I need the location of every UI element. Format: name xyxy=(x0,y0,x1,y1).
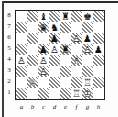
square-e4[interactable] xyxy=(60,55,71,66)
square-g2[interactable]: ♜♖ xyxy=(82,77,93,88)
square-e6[interactable] xyxy=(60,33,71,44)
square-c7[interactable]: ♛ xyxy=(38,22,49,33)
square-h4[interactable] xyxy=(93,55,104,66)
square-f8[interactable] xyxy=(71,11,82,22)
square-g7[interactable] xyxy=(82,22,93,33)
square-b5[interactable] xyxy=(27,44,38,55)
piece-outline: ♙ xyxy=(82,44,93,55)
square-g1[interactable]: ♚♔ xyxy=(82,88,93,99)
square-b7[interactable] xyxy=(27,22,38,33)
piece-glyph: ♜ xyxy=(60,11,71,22)
file-label-f: f xyxy=(71,102,82,113)
piece-outline: ♙ xyxy=(16,55,27,66)
file-label-d: d xyxy=(49,102,60,113)
piece-outline: ♙ xyxy=(49,44,60,55)
square-c2[interactable] xyxy=(38,77,49,88)
piece-black-bishop[interactable]: ♝ xyxy=(38,11,49,22)
square-g3[interactable] xyxy=(82,66,93,77)
square-g8[interactable]: ♚ xyxy=(82,11,93,22)
square-b6[interactable] xyxy=(27,33,38,44)
piece-glyph: ♟ xyxy=(49,33,60,44)
piece-black-pawn[interactable]: ♟ xyxy=(82,33,93,44)
square-a8[interactable] xyxy=(16,11,27,22)
square-a7[interactable] xyxy=(16,22,27,33)
square-a4[interactable]: ♟♙ xyxy=(16,55,27,66)
square-a6[interactable] xyxy=(16,33,27,44)
piece-outline: ♙ xyxy=(38,66,49,77)
square-f5[interactable] xyxy=(71,44,82,55)
piece-white-pawn[interactable]: ♟♙ xyxy=(82,44,93,55)
square-h6[interactable] xyxy=(93,33,104,44)
piece-white-queen[interactable]: ♛♕ xyxy=(27,77,38,88)
square-c5[interactable]: ♟ xyxy=(38,44,49,55)
file-label-e: e xyxy=(60,102,71,113)
file-label-g: g xyxy=(82,102,93,113)
square-e2[interactable] xyxy=(60,77,71,88)
square-f3[interactable] xyxy=(71,66,82,77)
piece-black-pawn[interactable]: ♟ xyxy=(49,33,60,44)
square-c8[interactable]: ♝ xyxy=(38,11,49,22)
piece-glyph: ♚ xyxy=(82,11,93,22)
piece-glyph: ♞ xyxy=(49,22,60,33)
piece-white-pawn[interactable]: ♟♙ xyxy=(71,33,82,44)
piece-glyph: ♟ xyxy=(38,44,49,55)
piece-black-king[interactable]: ♚ xyxy=(82,11,93,22)
square-b3[interactable] xyxy=(27,66,38,77)
piece-black-queen[interactable]: ♛ xyxy=(38,22,49,33)
rank-label-3: 3 xyxy=(4,65,14,76)
file-label-b: b xyxy=(27,102,38,113)
file-label-c: c xyxy=(38,102,49,113)
square-h7[interactable] xyxy=(93,22,104,33)
piece-white-pawn[interactable]: ♟♙ xyxy=(38,55,49,66)
square-b1[interactable] xyxy=(27,88,38,99)
piece-black-pawn[interactable]: ♟ xyxy=(38,44,49,55)
piece-outline: ♔ xyxy=(82,88,93,99)
rank-labels: 87654321 xyxy=(4,10,14,98)
square-g6[interactable]: ♟ xyxy=(82,33,93,44)
piece-outline: ♗ xyxy=(71,55,82,66)
square-b4[interactable] xyxy=(27,55,38,66)
square-f6[interactable]: ♟♙ xyxy=(71,33,82,44)
rank-label-6: 6 xyxy=(4,32,14,43)
piece-black-rook[interactable]: ♜ xyxy=(60,44,71,55)
square-d5[interactable]: ♟♙ xyxy=(49,44,60,55)
file-label-h: h xyxy=(93,102,104,113)
chess-board[interactable]: ♝♜♚♛♞♟♟♙♟♟♟♙♜♟♙♟♟♙♟♙♝♗♟♙♛♕♜♖♜♖♚♔ xyxy=(15,10,105,100)
piece-white-bishop[interactable]: ♝♗ xyxy=(71,55,82,66)
square-a2[interactable] xyxy=(16,77,27,88)
square-d6[interactable]: ♟ xyxy=(49,33,60,44)
piece-black-pawn[interactable]: ♟ xyxy=(93,44,104,55)
square-c1[interactable] xyxy=(38,88,49,99)
chess-diagram-page: 87654321 ♝♜♚♛♞♟♟♙♟♟♟♙♜♟♙♟♟♙♟♙♝♗♟♙♛♕♜♖♜♖♚… xyxy=(0,0,118,117)
rank-label-8: 8 xyxy=(4,10,14,21)
square-h3[interactable] xyxy=(93,66,104,77)
piece-white-pawn[interactable]: ♟♙ xyxy=(49,44,60,55)
square-g5[interactable]: ♟♙ xyxy=(82,44,93,55)
piece-outline: ♖ xyxy=(71,88,82,99)
file-label-a: a xyxy=(16,102,27,113)
square-f2[interactable] xyxy=(71,77,82,88)
square-e8[interactable]: ♜ xyxy=(60,11,71,22)
piece-white-pawn[interactable]: ♟♙ xyxy=(16,55,27,66)
square-h8[interactable] xyxy=(93,11,104,22)
square-f7[interactable] xyxy=(71,22,82,33)
square-e3[interactable] xyxy=(60,66,71,77)
square-d7[interactable]: ♞ xyxy=(49,22,60,33)
square-d4[interactable] xyxy=(49,55,60,66)
piece-white-pawn[interactable]: ♟♙ xyxy=(38,66,49,77)
square-d2[interactable] xyxy=(49,77,60,88)
square-c4[interactable]: ♟♙ xyxy=(38,55,49,66)
square-b2[interactable]: ♛♕ xyxy=(27,77,38,88)
piece-glyph: ♟ xyxy=(93,44,104,55)
square-e5[interactable]: ♜ xyxy=(60,44,71,55)
square-d8[interactable] xyxy=(49,11,60,22)
rank-label-7: 7 xyxy=(4,21,14,32)
piece-outline: ♙ xyxy=(38,55,49,66)
piece-outline: ♖ xyxy=(82,77,93,88)
square-d1[interactable] xyxy=(49,88,60,99)
square-c6[interactable] xyxy=(38,33,49,44)
piece-glyph: ♜ xyxy=(60,44,71,55)
piece-glyph: ♝ xyxy=(38,11,49,22)
square-e7[interactable] xyxy=(60,22,71,33)
square-e1[interactable] xyxy=(60,88,71,99)
square-h2[interactable] xyxy=(93,77,104,88)
square-f1[interactable]: ♜♖ xyxy=(71,88,82,99)
rank-label-4: 4 xyxy=(4,54,14,65)
square-g4[interactable] xyxy=(82,55,93,66)
piece-white-rook[interactable]: ♜♖ xyxy=(82,77,93,88)
square-a3[interactable] xyxy=(16,66,27,77)
square-b8[interactable] xyxy=(27,11,38,22)
square-a1[interactable] xyxy=(16,88,27,99)
piece-black-rook[interactable]: ♜ xyxy=(60,11,71,22)
piece-outline: ♕ xyxy=(27,77,38,88)
piece-black-knight[interactable]: ♞ xyxy=(49,22,60,33)
file-labels: abcdefgh xyxy=(16,102,104,113)
piece-glyph: ♟ xyxy=(82,33,93,44)
rank-label-5: 5 xyxy=(4,43,14,54)
square-f4[interactable]: ♝♗ xyxy=(71,55,82,66)
rank-label-2: 2 xyxy=(4,76,14,87)
piece-outline: ♙ xyxy=(71,33,82,44)
rank-label-1: 1 xyxy=(4,87,14,98)
piece-white-rook[interactable]: ♜♖ xyxy=(71,88,82,99)
square-h1[interactable] xyxy=(93,88,104,99)
square-d3[interactable] xyxy=(49,66,60,77)
square-c3[interactable]: ♟♙ xyxy=(38,66,49,77)
piece-white-king[interactable]: ♚♔ xyxy=(82,88,93,99)
square-h5[interactable]: ♟ xyxy=(93,44,104,55)
page-rule-top xyxy=(2,1,118,3)
square-a5[interactable] xyxy=(16,44,27,55)
piece-glyph: ♛ xyxy=(38,22,49,33)
